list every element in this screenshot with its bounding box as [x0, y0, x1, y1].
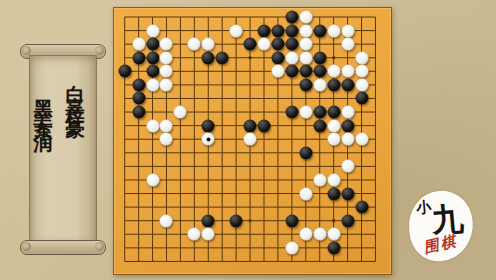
stone-black	[258, 24, 271, 37]
stone-white	[160, 65, 173, 78]
stone-black	[285, 11, 298, 24]
stone-white	[160, 119, 173, 132]
stone-black	[285, 65, 298, 78]
stone-white	[146, 119, 159, 132]
stone-black	[313, 24, 326, 37]
stone-white	[355, 51, 368, 64]
stone-black	[244, 119, 257, 132]
stone-white	[174, 106, 187, 119]
stone-white	[188, 228, 201, 241]
black-player-label: 黑姜东润	[31, 84, 57, 128]
stone-black	[146, 38, 159, 51]
stone-white	[299, 24, 312, 37]
stone-white	[299, 11, 312, 24]
stone-black	[299, 65, 312, 78]
stone-black	[299, 146, 312, 159]
stone-white	[327, 24, 340, 37]
stone-black	[285, 214, 298, 227]
stone-black	[285, 24, 298, 37]
stone-white	[327, 228, 340, 241]
stone-white	[132, 38, 145, 51]
stone-white	[160, 214, 173, 227]
stone-black	[341, 214, 354, 227]
stone-black	[313, 106, 326, 119]
stone-white	[313, 173, 326, 186]
stone-black	[327, 78, 340, 91]
stone-black	[313, 51, 326, 64]
stone-white	[160, 133, 173, 146]
stone-black	[132, 106, 145, 119]
stone-black	[202, 214, 215, 227]
stone-white	[258, 38, 271, 51]
stone-black	[327, 187, 340, 200]
hoshi-point	[332, 219, 335, 222]
stone-white	[160, 78, 173, 91]
stone-black	[202, 51, 215, 64]
stone-white	[341, 24, 354, 37]
stone-white	[313, 78, 326, 91]
stone-white	[327, 173, 340, 186]
stone-black	[299, 78, 312, 91]
stone-black	[230, 214, 243, 227]
stone-black	[202, 119, 215, 132]
stone-white	[146, 173, 159, 186]
stone-black	[146, 51, 159, 64]
stone-white	[160, 51, 173, 64]
hoshi-point	[248, 56, 251, 59]
stone-black	[118, 65, 131, 78]
stone-black	[271, 38, 284, 51]
stone-white	[202, 133, 215, 146]
stone-white	[230, 24, 243, 37]
stone-black	[132, 92, 145, 105]
stone-black	[341, 78, 354, 91]
stone-black	[285, 106, 298, 119]
stone-white	[244, 133, 257, 146]
stone-white	[160, 38, 173, 51]
stone-white	[341, 106, 354, 119]
go-app-screen: 白辜梓豪 黑姜东润 小 九 围棋	[0, 0, 496, 280]
stone-white	[341, 133, 354, 146]
stone-white	[202, 228, 215, 241]
stone-white	[299, 38, 312, 51]
stone-white	[285, 241, 298, 254]
stone-black	[341, 119, 354, 132]
stone-white	[146, 24, 159, 37]
stone-black	[313, 119, 326, 132]
stone-white	[188, 38, 201, 51]
stone-black	[132, 78, 145, 91]
stone-black	[327, 106, 340, 119]
stone-white	[146, 78, 159, 91]
hoshi-point	[248, 219, 251, 222]
stone-white	[341, 160, 354, 173]
stone-white	[271, 65, 284, 78]
stone-white	[327, 65, 340, 78]
stone-black	[355, 92, 368, 105]
stone-white	[327, 119, 340, 132]
stone-white	[341, 65, 354, 78]
stone-white	[341, 38, 354, 51]
stone-black	[132, 51, 145, 64]
last-move-marker	[206, 137, 210, 141]
stone-black	[258, 119, 271, 132]
stone-white	[202, 38, 215, 51]
stone-white	[313, 228, 326, 241]
stone-white	[299, 106, 312, 119]
stone-black	[271, 24, 284, 37]
stone-black	[327, 241, 340, 254]
stone-white	[299, 51, 312, 64]
stone-white	[355, 65, 368, 78]
hoshi-point	[332, 56, 335, 59]
stone-black	[313, 65, 326, 78]
white-player-label: 白辜梓豪	[63, 70, 89, 114]
stone-black	[285, 38, 298, 51]
go-board[interactable]	[113, 7, 392, 275]
logo-red-text: 围棋	[422, 232, 459, 258]
stone-white	[355, 78, 368, 91]
stone-white	[299, 187, 312, 200]
stone-white	[285, 51, 298, 64]
stone-white	[327, 133, 340, 146]
stone-black	[341, 187, 354, 200]
stone-black	[355, 201, 368, 214]
stone-black	[244, 38, 257, 51]
stone-black	[146, 65, 159, 78]
player-scroll: 白辜梓豪 黑姜东润	[16, 44, 108, 256]
stone-black	[271, 51, 284, 64]
scroll-bottom-roller	[20, 240, 106, 255]
stone-black	[216, 51, 229, 64]
channel-logo: 小 九 围棋	[406, 188, 476, 263]
stone-white	[299, 228, 312, 241]
stone-white	[355, 133, 368, 146]
